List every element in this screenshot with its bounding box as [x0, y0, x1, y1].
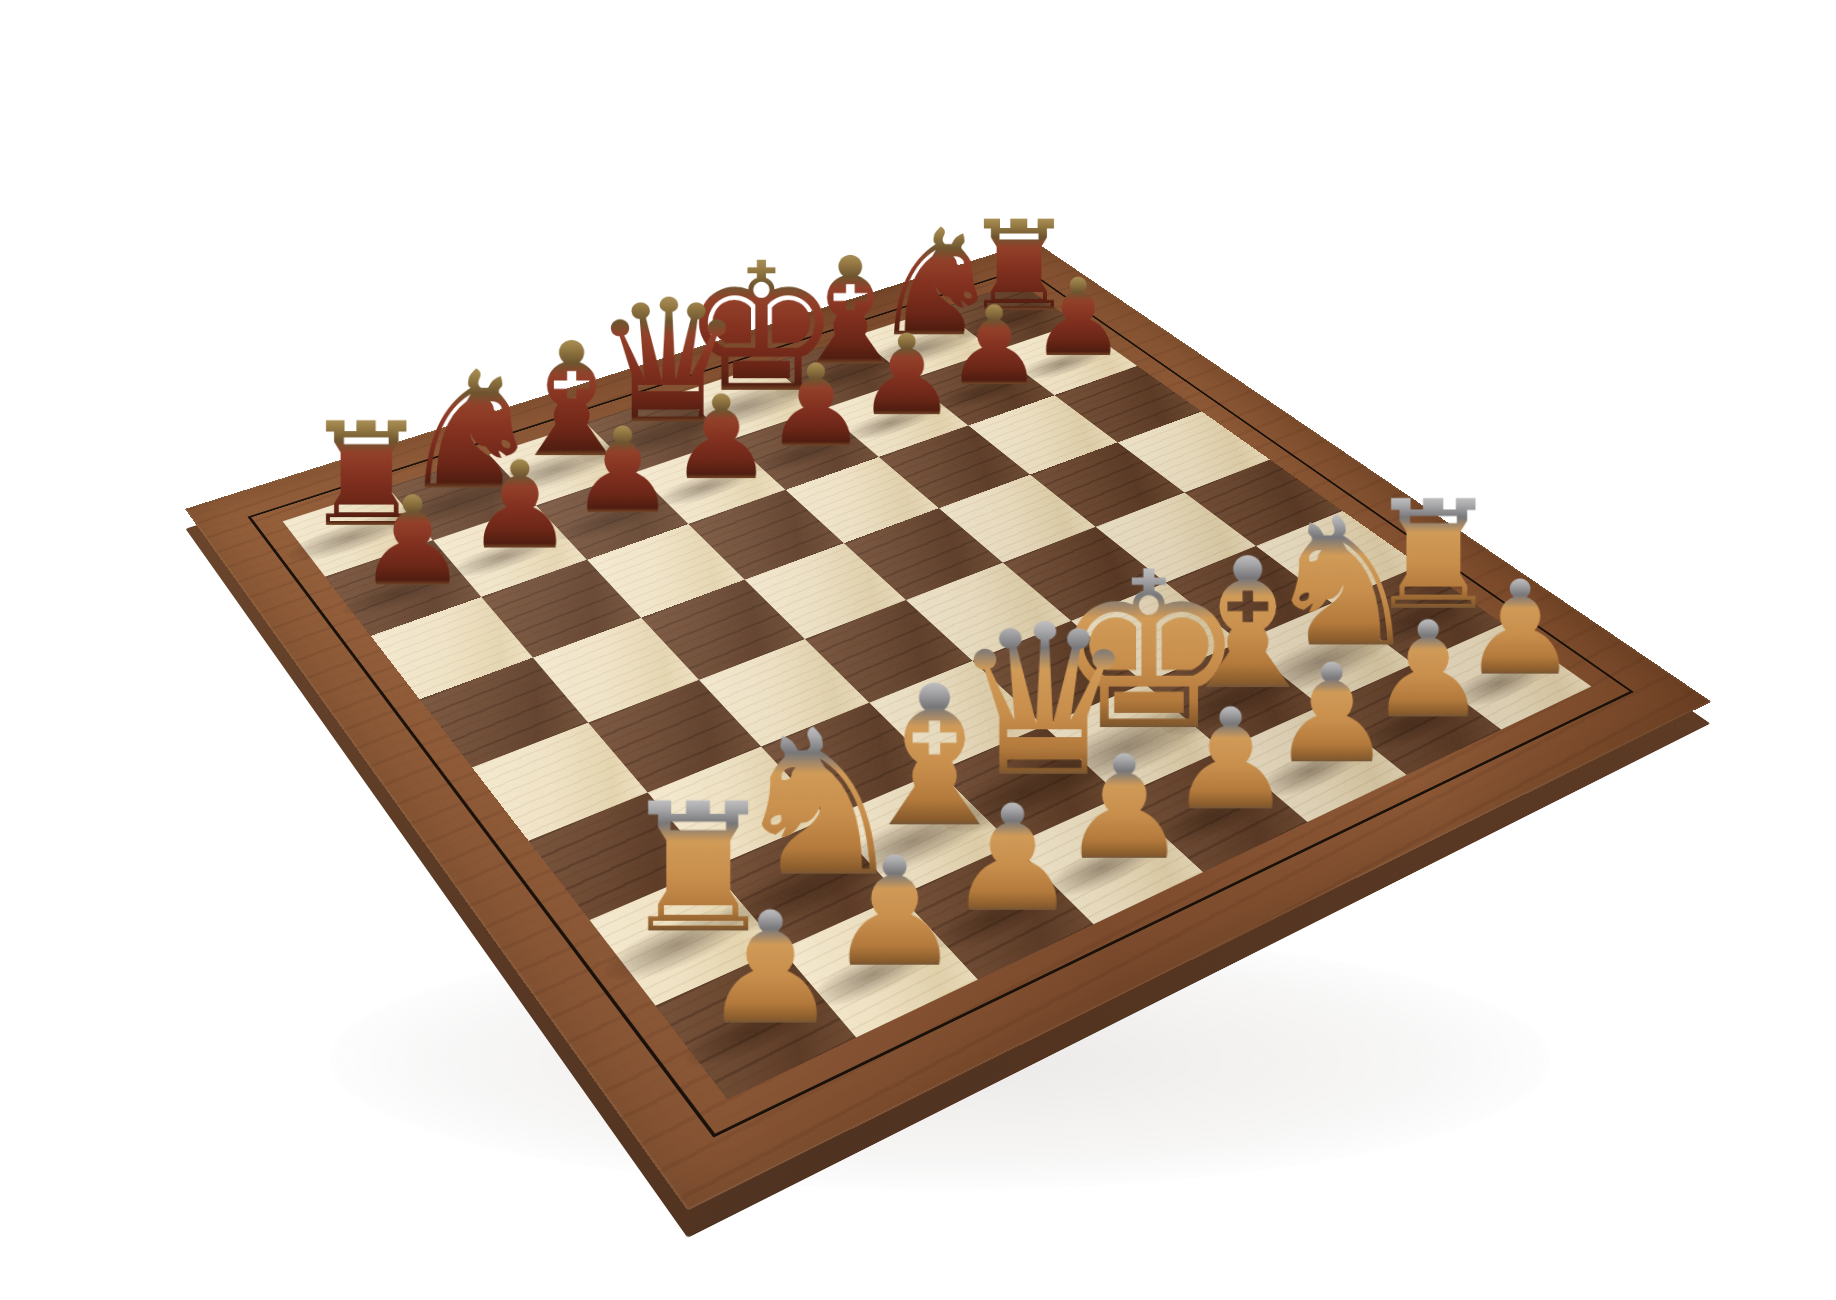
- piece-red-pawn-b7[interactable]: ♟: [465, 450, 574, 562]
- piece-silver-pawn-d1[interactable]: ♟: [1060, 742, 1189, 874]
- piece-red-pawn-d7[interactable]: ♟: [669, 384, 773, 491]
- piece-red-pawn-f7[interactable]: ♟: [857, 324, 957, 427]
- piece-red-pawn-e7[interactable]: ♟: [765, 353, 867, 458]
- scene: ♜♞♝♛♚♝♞♜♟♟♟♟♟♟♟♟♜♞♝♛♚♝♞♜♟♟♟♟♟♟♟♟: [0, 0, 1836, 1300]
- piece-red-pawn-c7[interactable]: ♟: [569, 416, 675, 525]
- piece-silver-pawn-c1[interactable]: ♟: [946, 791, 1078, 926]
- piece-red-pawn-g7[interactable]: ♟: [945, 296, 1043, 397]
- piece-silver-pawn-a1[interactable]: ♟: [700, 897, 839, 1040]
- piece-silver-pawn-b1[interactable]: ♟: [827, 842, 963, 981]
- piece-red-pawn-h7[interactable]: ♟: [1030, 268, 1126, 367]
- piece-red-pawn-a7[interactable]: ♟: [357, 484, 468, 598]
- photo-canvas: { "game": "chess", "scene": { "backgroun…: [0, 0, 1836, 1300]
